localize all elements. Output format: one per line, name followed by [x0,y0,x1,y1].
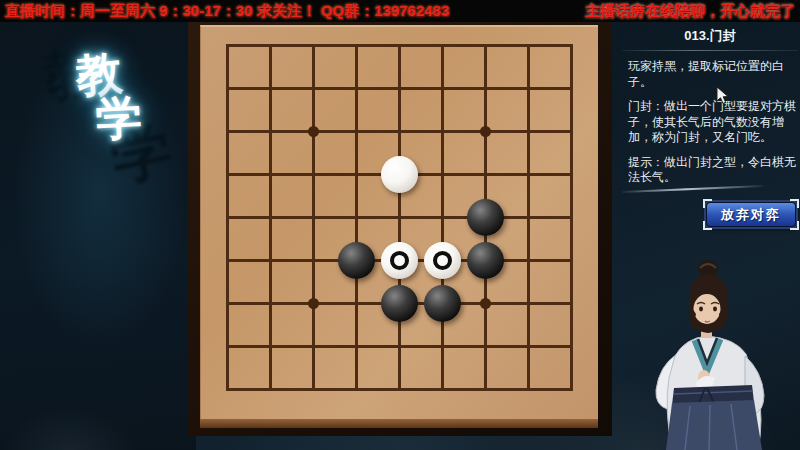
stream-slogan-text: 主播话痨在线陪聊，开心就完了 [585,2,795,21]
capture-target-marker-icon [390,251,409,270]
calligraphy-teaching-char2: 学 [94,87,143,151]
left-art-panel: 教 学 教 学 [0,22,196,450]
star-point [480,298,491,309]
button-corner-ornament [703,221,712,230]
stone-black-c6r7[interactable] [424,285,461,322]
stone-black-c4r6[interactable] [338,242,375,279]
star-point [308,126,319,137]
puzzle-hint-text: 提示：做出门封之型，令白棋无法长气。 [628,155,798,186]
resign-button-label: 放弃对弈 [721,206,781,224]
stream-schedule-text: 直播时间：周一至周六 9：30-17：30 求关注！ QQ群：139762483 [5,2,449,21]
star-point [308,298,319,309]
stone-black-c7r5[interactable] [467,199,504,236]
tutor-character-illustration [645,238,800,450]
capture-target-marker-icon [433,251,452,270]
app-window: 直播时间：周一至周六 9：30-17：30 求关注！ QQ群：139762483… [0,0,800,450]
stone-white-c5r4[interactable] [381,156,418,193]
stone-black-c5r7[interactable] [381,285,418,322]
go-board [188,22,612,436]
mouse-cursor-icon [716,86,729,105]
board-bevel-edge [200,419,598,428]
stone-white-c6r6[interactable] [424,242,461,279]
puzzle-rule-text: 门封：做出一个门型要提对方棋子，使其长气后的气数没有增加，称为门封，又名门吃。 [628,99,798,146]
title-divider [622,50,798,51]
resign-button[interactable]: 放弃对弈 [706,202,796,227]
button-corner-ornament [790,199,799,208]
button-corner-ornament [703,199,712,208]
stone-black-c7r6[interactable] [467,242,504,279]
puzzle-panel: 013.门封 玩家持黑，提取标记位置的白子。 门封：做出一个门型要提对方棋子，使… [620,24,800,195]
puzzle-title: 013.门封 [620,24,800,50]
board-grid[interactable] [226,44,573,391]
puzzle-intro-text: 玩家持黑，提取标记位置的白子。 [628,59,798,90]
button-corner-ornament [790,221,799,230]
stone-white-c5r6[interactable] [381,242,418,279]
star-point [480,126,491,137]
announcement-bar: 直播时间：周一至周六 9：30-17：30 求关注！ QQ群：139762483… [0,0,800,22]
